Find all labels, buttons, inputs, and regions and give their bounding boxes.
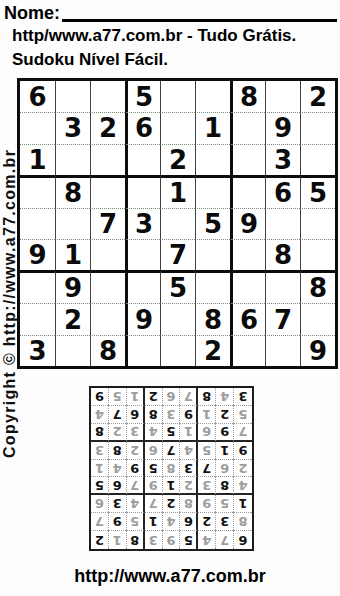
solution-cell-r6c6: 6 [145,442,163,460]
solution-cell-r3c6: 7 [145,495,163,513]
solution-cell-r1c3: 4 [198,531,216,549]
puzzle-cell-r4c3[interactable] [90,175,125,208]
puzzle-cell-r8c2[interactable]: 2 [55,303,90,334]
solution-cell-r3c7: 4 [127,495,145,513]
puzzle-cell-r4c2[interactable]: 8 [55,175,90,208]
puzzle-cell-r7c2[interactable]: 9 [55,270,90,303]
solution-cell-r4c8: 6 [109,477,127,495]
puzzle-cell-r3c6[interactable] [195,144,230,175]
solution-cell-r6c4: 4 [180,442,198,460]
puzzle-cell-r8c4[interactable]: 9 [125,303,160,334]
puzzle-cell-r1c9[interactable]: 2 [300,81,335,112]
solution-cell-r8c8: 7 [109,406,127,424]
solution-cell-r8c3: 1 [198,406,216,424]
solution-cell-r1c9: 2 [91,531,109,549]
puzzle-cell-r8c3[interactable] [90,303,125,334]
solution-cell-r8c6: 8 [145,406,163,424]
footer-url: http://www.a77.com.br [0,566,340,587]
puzzle-cell-r9c4[interactable] [125,335,160,366]
solution-cell-r1c4: 5 [180,531,198,549]
solution-cell-r4c4: 2 [180,477,198,495]
solution-cell-r5c2: 6 [216,460,234,478]
solution-cell-r9c5: 6 [163,388,181,406]
puzzle-cell-r7c5[interactable]: 5 [160,270,195,303]
puzzle-cell-r2c1[interactable] [20,112,55,143]
puzzle-cell-r7c1[interactable] [20,270,55,303]
solution-cell-r9c3: 8 [198,388,216,406]
solution-cell-r7c1: 7 [234,424,252,442]
puzzle-cell-r4c1[interactable] [20,175,55,208]
puzzle-cell-r3c2[interactable] [55,144,90,175]
solution-cell-r1c2: 7 [216,531,234,549]
puzzle-cell-r6c3[interactable] [90,239,125,270]
puzzle-cell-r9c3[interactable]: 8 [90,335,125,366]
puzzle-cell-r6c6[interactable] [195,239,230,270]
solution-cell-r6c1: 9 [234,442,252,460]
solution-cell-r7c2: 9 [216,424,234,442]
solution-cell-r3c9: 6 [91,495,109,513]
sudoku-solution-board-rotated: 6745938128326415971598274364832197652673… [89,386,254,551]
puzzle-cell-r5c8[interactable] [265,208,300,239]
solution-cell-r5c1: 2 [234,460,252,478]
puzzle-cell-r5c3[interactable]: 7 [90,208,125,239]
solution-cell-r5c5: 8 [163,460,181,478]
solution-cell-r5c7: 9 [127,460,145,478]
solution-cell-r7c7: 3 [127,424,145,442]
puzzle-cell-r5c4[interactable]: 3 [125,208,160,239]
puzzle-cell-r9c6[interactable]: 2 [195,335,230,366]
puzzle-cell-r2c7[interactable] [230,112,265,143]
difficulty-title: Sudoku Nível Fácil. [12,50,168,70]
puzzle-cell-r3c3[interactable] [90,144,125,175]
puzzle-cell-r7c4[interactable] [125,270,160,303]
solution-cell-r7c3: 6 [198,424,216,442]
puzzle-cell-r1c2[interactable] [55,81,90,112]
solution-cell-r9c1: 3 [234,388,252,406]
solution-cell-r1c7: 8 [127,531,145,549]
puzzle-cell-r3c8[interactable]: 3 [265,144,300,175]
solution-cell-r4c2: 8 [216,477,234,495]
solution-cell-r5c6: 5 [145,460,163,478]
solution-cell-r9c9: 9 [91,388,109,406]
solution-cell-r8c5: 3 [163,406,181,424]
puzzle-cell-r6c8[interactable]: 8 [265,239,300,270]
puzzle-cell-r1c6[interactable] [195,81,230,112]
puzzle-cell-r6c5[interactable]: 7 [160,239,195,270]
solution-cell-r3c4: 8 [180,495,198,513]
solution-cell-r4c3: 3 [198,477,216,495]
solution-cell-r5c9: 1 [91,460,109,478]
solution-cell-r4c6: 9 [145,477,163,495]
solution-cell-r3c8: 3 [109,495,127,513]
solution-cell-r2c1: 8 [234,513,252,531]
solution-cell-r3c1: 1 [234,495,252,513]
puzzle-cell-r6c7[interactable] [230,239,265,270]
solution-cell-r2c6: 1 [145,513,163,531]
puzzle-cell-r4c4[interactable] [125,175,160,208]
solution-cell-r9c7: 1 [127,388,145,406]
solution-cell-r3c5: 2 [163,495,181,513]
puzzle-cell-r5c7[interactable]: 9 [230,208,265,239]
puzzle-cell-r3c5[interactable]: 2 [160,144,195,175]
puzzle-cell-r9c2[interactable] [55,335,90,366]
puzzle-cell-r8c6[interactable]: 8 [195,303,230,334]
solution-cell-r6c2: 1 [216,442,234,460]
puzzle-cell-r1c1[interactable]: 6 [20,81,55,112]
puzzle-cell-r1c4[interactable]: 5 [125,81,160,112]
puzzle-cell-r8c7[interactable]: 6 [230,303,265,334]
solution-cell-r5c4: 3 [180,460,198,478]
solution-cell-r1c1: 6 [234,531,252,549]
puzzle-cell-r4c8[interactable]: 6 [265,175,300,208]
solution-cell-r9c6: 2 [145,388,163,406]
puzzle-cell-r1c5[interactable] [160,81,195,112]
puzzle-cell-r8c1[interactable] [20,303,55,334]
puzzle-cell-r3c1[interactable]: 1 [20,144,55,175]
name-blank-line [62,17,337,22]
solution-cell-r1c8: 1 [109,531,127,549]
solution-cell-r4c7: 7 [127,477,145,495]
puzzle-cell-r3c7[interactable] [230,144,265,175]
puzzle-cell-r6c2[interactable]: 1 [55,239,90,270]
solution-cell-r6c5: 7 [163,442,181,460]
copyright-vertical-text: Copyright © http://www.a77.com.br [1,80,17,458]
puzzle-cell-r9c5[interactable] [160,335,195,366]
solution-cell-r6c8: 8 [109,442,127,460]
solution-cell-r8c2: 2 [216,406,234,424]
puzzle-cell-r3c4[interactable] [125,144,160,175]
puzzle-cell-r2c5[interactable] [160,112,195,143]
puzzle-cell-r7c9[interactable]: 8 [300,270,335,303]
puzzle-cell-r6c9[interactable] [300,239,335,270]
puzzle-cell-r4c5[interactable]: 1 [160,175,195,208]
solution-cell-r9c4: 7 [180,388,198,406]
solution-cell-r9c8: 5 [109,388,127,406]
solution-cell-r3c2: 5 [216,495,234,513]
puzzle-cell-r7c6[interactable] [195,270,230,303]
solution-cell-r7c9: 8 [91,424,109,442]
puzzle-cell-r2c4[interactable]: 6 [125,112,160,143]
puzzle-cell-r9c1[interactable]: 3 [20,335,55,366]
puzzle-cell-r6c1[interactable]: 9 [20,239,55,270]
solution-cell-r6c9: 3 [91,442,109,460]
puzzle-cell-r4c9[interactable]: 5 [300,175,335,208]
puzzle-cell-r9c8[interactable] [265,335,300,366]
puzzle-cell-r5c9[interactable] [300,208,335,239]
puzzle-cell-r2c9[interactable] [300,112,335,143]
puzzle-cell-r1c7[interactable]: 8 [230,81,265,112]
puzzle-cell-r5c5[interactable] [160,208,195,239]
solution-cell-r7c8: 2 [109,424,127,442]
solution-cell-r1c5: 9 [163,531,181,549]
solution-cell-r2c7: 5 [127,513,145,531]
puzzle-cell-r2c3[interactable]: 2 [90,112,125,143]
solution-cell-r6c3: 5 [198,442,216,460]
puzzle-cell-r5c2[interactable] [55,208,90,239]
puzzle-cell-r2c8[interactable]: 9 [265,112,300,143]
solution-cell-r4c9: 5 [91,477,109,495]
solution-cell-r7c4: 1 [180,424,198,442]
solution-cell-r2c5: 4 [163,513,181,531]
solution-cell-r7c5: 5 [163,424,181,442]
solution-cell-r9c2: 4 [216,388,234,406]
solution-cell-r2c4: 6 [180,513,198,531]
puzzle-cell-r4c7[interactable] [230,175,265,208]
name-row: Nome: [4,2,337,24]
puzzle-cell-r7c7[interactable] [230,270,265,303]
puzzle-cell-r4c6[interactable] [195,175,230,208]
solution-cell-r2c9: 7 [91,513,109,531]
solution-cell-r8c7: 6 [127,406,145,424]
puzzle-cell-r7c3[interactable] [90,270,125,303]
solution-cell-r1c6: 3 [145,531,163,549]
solution-cell-r4c5: 1 [163,477,181,495]
solution-cell-r6c7: 2 [127,442,145,460]
puzzle-cell-r2c6[interactable]: 1 [195,112,230,143]
puzzle-cell-r9c7[interactable] [230,335,265,366]
solution-cell-r8c4: 9 [180,406,198,424]
solution-cell-r2c8: 9 [109,513,127,531]
solution-cell-r2c3: 2 [198,513,216,531]
sudoku-puzzle-board: 658232619123816573599178958298673829 [17,78,338,369]
puzzle-cell-r6c4[interactable] [125,239,160,270]
puzzle-cell-r9c9[interactable]: 9 [300,335,335,366]
solution-cell-r4c1: 4 [234,477,252,495]
puzzle-cell-r1c3[interactable] [90,81,125,112]
solution-cell-r2c2: 3 [216,513,234,531]
puzzle-cell-r5c6[interactable]: 5 [195,208,230,239]
solution-cell-r8c9: 4 [91,406,109,424]
solution-cell-r8c1: 5 [234,406,252,424]
solution-cell-r5c8: 4 [109,460,127,478]
puzzle-cell-r3c9[interactable] [300,144,335,175]
puzzle-cell-r5c1[interactable] [20,208,55,239]
name-label: Nome: [4,2,60,24]
puzzle-cell-r2c2[interactable]: 3 [55,112,90,143]
solution-cell-r7c6: 4 [145,424,163,442]
site-tagline: http/www.a77.com.br - Tudo Grátis. [12,26,296,46]
solution-cell-r3c3: 9 [198,495,216,513]
puzzle-cell-r1c8[interactable] [265,81,300,112]
puzzle-cell-r8c8[interactable]: 7 [265,303,300,334]
puzzle-cell-r8c9[interactable] [300,303,335,334]
puzzle-cell-r7c8[interactable] [265,270,300,303]
puzzle-cell-r8c5[interactable] [160,303,195,334]
solution-cell-r5c3: 7 [198,460,216,478]
